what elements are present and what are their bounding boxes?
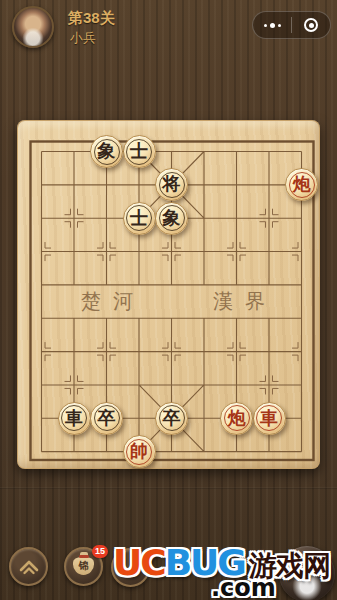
piece-glyph: 炮 — [228, 402, 246, 435]
collapse-menu-button[interactable] — [9, 547, 48, 586]
dark-orb-button[interactable] — [279, 546, 335, 600]
piece-glyph: 帥 — [130, 435, 148, 468]
level-title: 第38关 — [68, 9, 115, 28]
notification-badge: 15 — [92, 545, 108, 558]
xiangqi-board[interactable]: 楚河 漢界 象士将炮士象車卒卒炮車帥 — [17, 120, 320, 469]
piece-black-f4r8[interactable]: 卒 — [155, 402, 188, 435]
minimize-button[interactable] — [292, 12, 330, 38]
bottom-seam — [0, 487, 337, 489]
more-dots-icon — [264, 23, 281, 28]
river-label-right: 漢界 — [179, 288, 299, 315]
river-label-left: 楚河 — [47, 288, 167, 315]
xiangqi-app: 第38关 小兵 楚河 漢界 象士将炮士象車卒卒炮車帥 锦 15 — [0, 0, 337, 600]
gift-bag-icon: 锦 — [73, 557, 94, 575]
watermark-bug: BUG — [165, 542, 245, 583]
hint-bag-button[interactable]: 锦 15 — [64, 547, 103, 586]
double-chevron-up-icon — [18, 558, 40, 576]
wechat-capsule — [252, 11, 331, 39]
piece-glyph: 車 — [65, 402, 83, 435]
piece-glyph: 卒 — [163, 402, 181, 435]
piece-glyph: 士 — [130, 135, 148, 168]
piece-black-f4r2[interactable]: 象 — [155, 202, 188, 235]
piece-red-f6r8[interactable]: 炮 — [220, 402, 253, 435]
piece-glyph: 将 — [163, 168, 181, 201]
piece-red-f7r8[interactable]: 車 — [253, 402, 286, 435]
piece-black-f3r2[interactable]: 士 — [123, 202, 156, 235]
more-options-button[interactable] — [253, 12, 291, 38]
piece-black-f2r0[interactable]: 象 — [90, 135, 123, 168]
piece-black-f3r0[interactable]: 士 — [123, 135, 156, 168]
piece-glyph: 士 — [130, 202, 148, 235]
piece-glyph: 象 — [98, 135, 116, 168]
watermark-dotcom: .com — [211, 574, 276, 600]
piece-red-f3r9[interactable]: 帥 — [123, 435, 156, 468]
piece-glyph: 車 — [260, 402, 278, 435]
piece-black-f1r8[interactable]: 車 — [58, 402, 91, 435]
hidden-action-button[interactable] — [111, 548, 150, 587]
piece-black-f2r8[interactable]: 卒 — [90, 402, 123, 435]
player-avatar — [12, 6, 54, 48]
circle-dot-icon — [304, 18, 318, 32]
piece-glyph: 卒 — [98, 402, 116, 435]
piece-glyph: 象 — [163, 202, 181, 235]
player-name: 小兵 — [70, 29, 96, 47]
piece-glyph: 炮 — [293, 168, 311, 201]
